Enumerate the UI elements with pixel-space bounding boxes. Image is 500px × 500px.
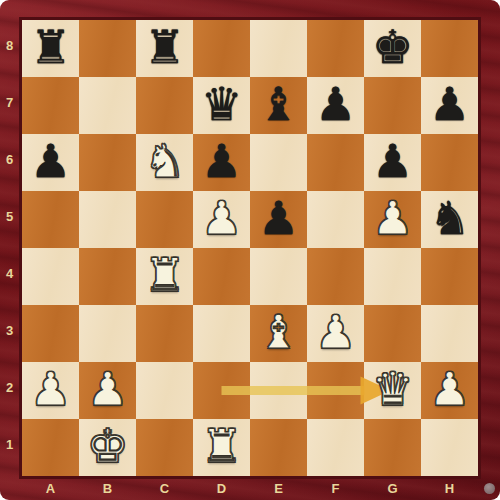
file-label-D: D <box>193 479 250 500</box>
piece-black-pawn-a6[interactable]: ♟ <box>22 134 79 191</box>
piece-black-pawn-d6[interactable]: ♟ <box>193 134 250 191</box>
piece-white-pawn-h2[interactable]: ♟ <box>421 362 478 419</box>
piece-white-bishop-e3[interactable]: ♝ <box>250 305 307 362</box>
piece-white-rook-d1[interactable]: ♜ <box>193 419 250 476</box>
piece-white-pawn-g5[interactable]: ♟ <box>364 191 421 248</box>
chess-diagram: 87654321 ABCDEFGH ♜♜♚♛♝♟♟♟♞♟♟♟♟♟♞♜♝♟♟♟♛♟… <box>0 0 500 500</box>
piece-white-pawn-d5[interactable]: ♟ <box>193 191 250 248</box>
chess-board: ♜♜♚♛♝♟♟♟♞♟♟♟♟♟♞♜♝♟♟♟♛♟♚♜ <box>19 17 481 479</box>
piece-black-pawn-g6[interactable]: ♟ <box>364 134 421 191</box>
piece-black-bishop-e7[interactable]: ♝ <box>250 77 307 134</box>
rank-label-5: 5 <box>0 188 19 245</box>
piece-white-pawn-b2[interactable]: ♟ <box>79 362 136 419</box>
corner-dot <box>484 483 495 494</box>
piece-black-rook-c8[interactable]: ♜ <box>136 20 193 77</box>
rank-label-3: 3 <box>0 302 19 359</box>
piece-black-rook-a8[interactable]: ♜ <box>22 20 79 77</box>
piece-black-queen-d7[interactable]: ♛ <box>193 77 250 134</box>
rank-label-1: 1 <box>0 416 19 473</box>
piece-black-knight-h5[interactable]: ♞ <box>421 191 478 248</box>
rank-label-2: 2 <box>0 359 19 416</box>
file-label-E: E <box>250 479 307 500</box>
piece-black-pawn-e5[interactable]: ♟ <box>250 191 307 248</box>
file-label-H: H <box>421 479 478 500</box>
piece-white-queen-g2[interactable]: ♛ <box>364 362 421 419</box>
file-label-B: B <box>79 479 136 500</box>
file-label-A: A <box>22 479 79 500</box>
piece-white-pawn-f3[interactable]: ♟ <box>307 305 364 362</box>
file-label-F: F <box>307 479 364 500</box>
rank-label-8: 8 <box>0 17 19 74</box>
file-label-C: C <box>136 479 193 500</box>
rank-label-6: 6 <box>0 131 19 188</box>
rank-label-4: 4 <box>0 245 19 302</box>
piece-white-rook-c4[interactable]: ♜ <box>136 248 193 305</box>
piece-black-pawn-h7[interactable]: ♟ <box>421 77 478 134</box>
piece-white-king-b1[interactable]: ♚ <box>79 419 136 476</box>
pieces-layer: ♜♜♚♛♝♟♟♟♞♟♟♟♟♟♞♜♝♟♟♟♛♟♚♜ <box>22 20 478 476</box>
piece-black-pawn-f7[interactable]: ♟ <box>307 77 364 134</box>
piece-white-knight-c6[interactable]: ♞ <box>136 134 193 191</box>
rank-label-7: 7 <box>0 74 19 131</box>
piece-black-king-g8[interactable]: ♚ <box>364 20 421 77</box>
file-label-G: G <box>364 479 421 500</box>
piece-white-pawn-a2[interactable]: ♟ <box>22 362 79 419</box>
